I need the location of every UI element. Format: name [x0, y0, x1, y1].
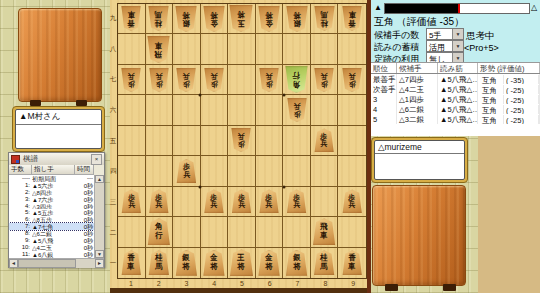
read-accumulation-select[interactable]: 活用 ▼ — [426, 40, 464, 52]
square-8-1[interactable]: 桂馬 — [311, 248, 339, 278]
square-9-5[interactable] — [338, 126, 366, 156]
square-3-8[interactable] — [173, 34, 201, 64]
square-7-6[interactable]: 歩兵 — [283, 95, 311, 125]
candidate-row-3[interactable]: 3△1四歩▲5八飛△…互角( -25) — [371, 94, 540, 104]
kifu-row-----[interactable]: ----初期局面--- — [9, 175, 94, 182]
square-3-1[interactable]: 銀将 — [173, 248, 201, 278]
rank-label-三: 三 — [109, 198, 117, 207]
square-2-2[interactable]: 角行 — [146, 217, 174, 247]
engine-name: <Pro+5> — [464, 43, 499, 53]
piece-sente-桂馬-29[interactable]: 桂馬 — [148, 6, 169, 31]
piece-sente-金将-69[interactable]: 金将 — [258, 6, 280, 32]
piece-sente-歩兵-37[interactable]: 歩兵 — [176, 68, 196, 92]
piece-gote-歩兵-43[interactable]: 歩兵 — [204, 189, 224, 213]
square-5-4[interactable] — [228, 156, 256, 186]
sente-nameplate: ▲M村さん — [12, 106, 105, 152]
kifu-window-titlebar[interactable]: 棋譜 × — [9, 153, 104, 165]
piece-gote-歩兵-53[interactable]: 歩兵 — [231, 189, 251, 213]
app-window: 香車桂馬銀将金将玉将金将銀将桂馬香車飛車歩兵歩兵歩兵歩兵歩兵角行歩兵歩兵歩兵歩兵… — [0, 0, 540, 293]
gote-piece-stand[interactable] — [372, 185, 466, 286]
square-9-2[interactable] — [338, 217, 366, 247]
file-label-7: 7 — [284, 280, 312, 287]
piece-gote-歩兵-23[interactable]: 歩兵 — [149, 189, 169, 213]
piece-sente-香車-99[interactable]: 香車 — [342, 6, 362, 31]
piece-gote-金将-41[interactable]: 金将 — [203, 250, 225, 276]
kifu-window-title: 棋譜 — [23, 154, 91, 164]
rank-label-六: 六 — [109, 106, 117, 115]
piece-gote-香車-11[interactable]: 香車 — [121, 250, 141, 275]
candidate-row-4[interactable]: 4△6二銀▲5八飛△…互角( -25) — [371, 104, 540, 114]
square-7-7[interactable]: 角行 — [283, 65, 311, 95]
piece-sente-角行-77[interactable]: 角行 — [285, 66, 308, 93]
vertical-scrollbar[interactable]: ▲ ▼ — [94, 175, 104, 258]
piece-gote-銀将-71[interactable]: 銀将 — [286, 250, 308, 276]
square-1-2[interactable] — [118, 217, 146, 247]
sente-piece-stand[interactable] — [18, 8, 102, 102]
square-5-3[interactable]: 歩兵 — [228, 187, 256, 217]
square-4-3[interactable]: 歩兵 — [201, 187, 229, 217]
chevron-down-icon[interactable]: ▼ — [452, 41, 463, 51]
file-label-9: 9 — [339, 280, 367, 287]
sente-mark: ▲ — [374, 3, 382, 12]
square-5-8[interactable] — [228, 34, 256, 64]
square-7-2[interactable] — [283, 217, 311, 247]
piece-gote-金将-61[interactable]: 金将 — [258, 250, 280, 276]
file-label-5: 5 — [228, 280, 256, 287]
square-8-9[interactable]: 桂馬 — [311, 4, 339, 34]
square-4-9[interactable]: 金将 — [201, 4, 229, 34]
candidate-row-5[interactable]: 5△3二銀▲5八飛△…互角( -25) — [371, 114, 540, 124]
file-label-6: 6 — [256, 280, 284, 287]
evaluation-bar-black — [385, 4, 458, 13]
square-4-6[interactable] — [201, 95, 229, 125]
kifu-list-header: 手数 指し手 時間 — [9, 165, 104, 175]
candidate-row-次善手[interactable]: 次善手△4二玉▲5八飛△…互角( -25) — [371, 84, 540, 94]
square-5-5[interactable]: 歩兵 — [228, 126, 256, 156]
square-4-7[interactable]: 歩兵 — [201, 65, 229, 95]
rank-label-七: 七 — [109, 75, 117, 84]
square-7-8[interactable] — [283, 34, 311, 64]
kifu-window: 棋譜 × 手数 指し手 時間 ----初期局面---1:▲5六歩0秒2:△8四歩… — [8, 152, 105, 268]
setting-candidates: 候補手の数 5手 ▼ — [374, 28, 540, 40]
square-5-6[interactable] — [228, 95, 256, 125]
square-9-4[interactable] — [338, 156, 366, 186]
scroll-up-icon[interactable]: ▲ — [95, 175, 104, 183]
square-7-5[interactable] — [283, 126, 311, 156]
piece-sente-玉将-59[interactable]: 玉将 — [229, 5, 253, 32]
square-6-8[interactable] — [256, 34, 284, 64]
square-8-5[interactable]: 歩兵 — [311, 126, 339, 156]
kifu-move-list: ----初期局面---1:▲5六歩0秒2:△8四歩0秒3:▲7六歩0秒4:△3四… — [9, 175, 94, 258]
rank-labels: 九八七六五四三二一 — [109, 3, 117, 279]
square-1-1[interactable]: 香車 — [118, 248, 146, 278]
piece-sente-歩兵-87[interactable]: 歩兵 — [314, 68, 334, 92]
evaluation-bar-marker — [458, 4, 460, 13]
square-8-4[interactable] — [311, 156, 339, 186]
star-point — [199, 186, 202, 189]
piece-gote-王将-51[interactable]: 王将 — [229, 249, 253, 276]
square-8-3[interactable] — [311, 187, 339, 217]
square-6-1[interactable]: 金将 — [256, 248, 284, 278]
piece-gote-桂馬-81[interactable]: 桂馬 — [314, 250, 335, 275]
scroll-left-icon[interactable]: ◄ — [9, 259, 18, 268]
kifu-row-9[interactable]: 9:▲5八飛0秒 — [9, 237, 94, 244]
scroll-down-icon[interactable]: ▼ — [95, 250, 104, 258]
star-point — [282, 94, 285, 97]
square-2-6[interactable] — [146, 95, 174, 125]
kifu-row-5[interactable]: 5:▲5五歩0秒 — [9, 209, 94, 216]
square-9-7[interactable]: 歩兵 — [338, 65, 366, 95]
background-panel — [478, 135, 540, 293]
sente-player-name: ▲M村さん — [16, 110, 101, 125]
kifu-row-4[interactable]: 4:△3四歩0秒 — [9, 203, 94, 210]
square-6-4[interactable] — [256, 156, 284, 186]
square-1-3[interactable]: 歩兵 — [118, 187, 146, 217]
square-2-5[interactable] — [146, 126, 174, 156]
file-label-4: 4 — [200, 280, 228, 287]
square-4-4[interactable] — [201, 156, 229, 186]
square-8-6[interactable] — [311, 95, 339, 125]
square-3-2[interactable] — [173, 217, 201, 247]
piece-gote-角行-22[interactable]: 角行 — [147, 218, 170, 245]
setting-accumulation: 読みの蓄積 活用 ▼ — [374, 40, 540, 52]
gote-nameplate: △murizeme — [371, 137, 468, 183]
square-3-5[interactable] — [173, 126, 201, 156]
square-9-3[interactable]: 歩兵 — [338, 187, 366, 217]
piece-sente-銀将-39[interactable]: 銀将 — [175, 6, 197, 32]
piece-gote-歩兵-85[interactable]: 歩兵 — [314, 128, 334, 152]
candidate-row-最善手[interactable]: 最善手△7四歩▲5八飛△…互角( -35) — [371, 74, 540, 84]
square-6-9[interactable]: 金将 — [256, 4, 284, 34]
square-4-2[interactable] — [201, 217, 229, 247]
horizontal-scrollbar[interactable]: ◄ ► — [9, 258, 104, 268]
square-6-5[interactable] — [256, 126, 284, 156]
square-9-9[interactable]: 香車 — [338, 4, 366, 34]
piece-gote-歩兵-73[interactable]: 歩兵 — [287, 189, 307, 213]
square-7-4[interactable] — [283, 156, 311, 186]
piece-sente-香車-19[interactable]: 香車 — [121, 6, 141, 31]
square-1-5[interactable] — [118, 126, 146, 156]
piece-sente-銀将-79[interactable]: 銀将 — [286, 6, 308, 32]
scroll-right-icon[interactable]: ► — [95, 259, 104, 268]
file-label-3: 3 — [173, 280, 201, 287]
square-7-9[interactable]: 銀将 — [283, 4, 311, 34]
square-3-7[interactable]: 歩兵 — [173, 65, 201, 95]
candidates-table: 順位 候補手 読み筋 形勢 (評価値) 最善手△7四歩▲5八飛△…互角( -35… — [371, 62, 540, 136]
square-2-8[interactable]: 飛車 — [146, 34, 174, 64]
kifu-row-11[interactable]: 11:▲6八銀0秒 — [9, 251, 94, 258]
piece-sente-歩兵-47[interactable]: 歩兵 — [204, 68, 224, 92]
rank-label-八: 八 — [109, 45, 117, 54]
square-3-4[interactable]: 歩兵 — [173, 156, 201, 186]
gote-player-name: △murizeme — [375, 141, 464, 154]
candidates-table-header: 順位 候補手 読み筋 形勢 (評価値) — [371, 63, 540, 74]
square-9-1[interactable]: 香車 — [338, 248, 366, 278]
square-3-6[interactable] — [173, 95, 201, 125]
gote-mark: △ — [531, 3, 537, 12]
kifu-row-10[interactable]: 10:△4二玉0秒 — [9, 244, 94, 251]
evaluation-bar — [384, 3, 530, 14]
kifu-row-1[interactable]: 1:▲5六歩0秒 — [9, 182, 94, 189]
piece-sente-歩兵-67[interactable]: 歩兵 — [259, 68, 279, 92]
piece-sente-歩兵-97[interactable]: 歩兵 — [342, 68, 362, 92]
square-1-8[interactable] — [118, 34, 146, 64]
square-8-7[interactable]: 歩兵 — [311, 65, 339, 95]
kifu-window-icon — [11, 155, 20, 164]
kifu-row-2[interactable]: 2:△8四歩0秒 — [9, 189, 94, 196]
piece-sente-桂馬-89[interactable]: 桂馬 — [314, 6, 335, 31]
square-2-1[interactable]: 桂馬 — [146, 248, 174, 278]
piece-sente-歩兵-17[interactable]: 歩兵 — [121, 68, 141, 92]
piece-sente-金将-49[interactable]: 金将 — [203, 6, 225, 32]
square-5-7[interactable] — [228, 65, 256, 95]
piece-gote-歩兵-63[interactable]: 歩兵 — [259, 189, 279, 213]
stand-leg — [385, 284, 398, 291]
chevron-down-icon[interactable]: ▼ — [452, 29, 463, 39]
square-1-7[interactable]: 歩兵 — [118, 65, 146, 95]
scrollbar-thumb[interactable] — [18, 259, 76, 268]
square-2-3[interactable]: 歩兵 — [146, 187, 174, 217]
piece-gote-歩兵-93[interactable]: 歩兵 — [342, 189, 362, 213]
piece-gote-桂馬-21[interactable]: 桂馬 — [148, 250, 169, 275]
rank-label-一: 一 — [109, 259, 117, 268]
square-8-2[interactable]: 飛車 — [311, 217, 339, 247]
square-8-8[interactable] — [311, 34, 339, 64]
piece-gote-飛車-82[interactable]: 飛車 — [313, 218, 336, 245]
piece-sente-歩兵-55[interactable]: 歩兵 — [231, 128, 251, 152]
piece-gote-香車-91[interactable]: 香車 — [342, 250, 362, 275]
file-label-8: 8 — [311, 280, 339, 287]
square-9-6[interactable] — [338, 95, 366, 125]
square-7-3[interactable]: 歩兵 — [283, 187, 311, 217]
square-9-8[interactable] — [338, 34, 366, 64]
square-5-2[interactable] — [228, 217, 256, 247]
rank-label-五: 五 — [109, 137, 117, 146]
square-5-1[interactable]: 王将 — [228, 248, 256, 278]
square-2-9[interactable]: 桂馬 — [146, 4, 174, 34]
board-grid: 香車桂馬銀将金将玉将金将銀将桂馬香車飛車歩兵歩兵歩兵歩兵歩兵角行歩兵歩兵歩兵歩兵… — [117, 3, 367, 279]
rank-label-二: 二 — [109, 229, 117, 238]
star-point — [282, 186, 285, 189]
square-3-3[interactable] — [173, 187, 201, 217]
square-2-4[interactable] — [146, 156, 174, 186]
square-6-7[interactable]: 歩兵 — [256, 65, 284, 95]
square-1-6[interactable] — [118, 95, 146, 125]
piece-sente-飛車-28[interactable]: 飛車 — [147, 36, 170, 63]
square-5-9[interactable]: 玉将 — [228, 4, 256, 34]
rank-label-四: 四 — [109, 167, 117, 176]
square-7-1[interactable]: 銀将 — [283, 248, 311, 278]
square-1-9[interactable]: 香車 — [118, 4, 146, 34]
star-point — [199, 94, 202, 97]
square-6-2[interactable] — [256, 217, 284, 247]
close-icon[interactable]: × — [91, 154, 102, 165]
square-4-1[interactable]: 金将 — [201, 248, 229, 278]
square-3-9[interactable]: 銀将 — [173, 4, 201, 34]
square-1-4[interactable] — [118, 156, 146, 186]
kifu-row-3[interactable]: 3:▲7六歩0秒 — [9, 196, 94, 203]
candidates-count-select[interactable]: 5手 ▼ — [426, 28, 464, 40]
piece-sente-歩兵-76[interactable]: 歩兵 — [287, 98, 307, 122]
piece-gote-歩兵-13[interactable]: 歩兵 — [121, 189, 141, 213]
file-labels: 123456789 — [117, 280, 367, 290]
square-6-3[interactable]: 歩兵 — [256, 187, 284, 217]
rank-label-九: 九 — [109, 14, 117, 23]
kifu-row-8[interactable]: 8:△6二銀0秒 — [9, 230, 94, 237]
candidates-table-body: 最善手△7四歩▲5八飛△…互角( -35)次善手△4二玉▲5八飛△…互角( -2… — [371, 74, 540, 124]
stand-leg — [443, 284, 456, 291]
piece-sente-歩兵-27[interactable]: 歩兵 — [149, 68, 169, 92]
kifu-row-6[interactable]: 6:△8五歩0秒 — [9, 216, 94, 223]
position-judgment: 互角 （評価値 -35） — [374, 15, 464, 29]
file-label-2: 2 — [145, 280, 173, 287]
kifu-row-7[interactable]: 7:▲7七角0秒 — [9, 223, 94, 230]
piece-gote-銀将-31[interactable]: 銀将 — [175, 250, 197, 276]
square-4-8[interactable] — [201, 34, 229, 64]
square-4-5[interactable] — [201, 126, 229, 156]
piece-gote-歩兵-34[interactable]: 歩兵 — [176, 159, 196, 183]
square-2-7[interactable]: 歩兵 — [146, 65, 174, 95]
file-label-1: 1 — [117, 280, 145, 287]
square-6-6[interactable] — [256, 95, 284, 125]
engine-status: 思考中 — [466, 30, 495, 43]
